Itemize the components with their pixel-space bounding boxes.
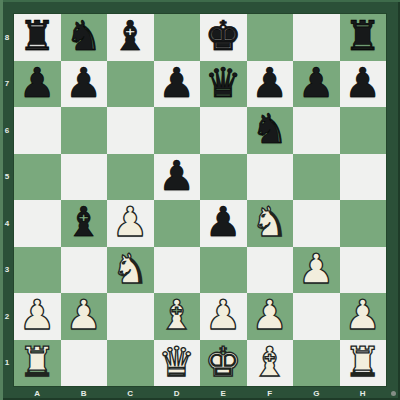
square-f2[interactable]: ♟ — [247, 293, 294, 340]
square-d3[interactable] — [154, 247, 201, 294]
white-pawn[interactable]: ♟ — [19, 292, 56, 338]
square-b7[interactable]: ♟ — [61, 61, 108, 108]
square-c6[interactable] — [107, 107, 154, 154]
black-pawn[interactable]: ♟ — [298, 60, 335, 106]
square-f6[interactable]: ♞ — [247, 107, 294, 154]
chess-board-frame: 87654321 ABCDEFGH ♜♞♝♚♜♟♟♟♛♟♟♟♞♟♝♟♟♞♞♟♟♟… — [0, 0, 400, 400]
square-f4[interactable]: ♞ — [247, 200, 294, 247]
square-c7[interactable] — [107, 61, 154, 108]
white-knight[interactable]: ♞ — [112, 246, 149, 292]
white-rook[interactable]: ♜ — [19, 339, 56, 385]
square-d6[interactable] — [154, 107, 201, 154]
square-e5[interactable] — [200, 154, 247, 201]
square-a8[interactable]: ♜ — [14, 14, 61, 61]
white-king[interactable]: ♚ — [205, 339, 242, 385]
rank-label-4: 4 — [0, 200, 14, 247]
file-label-c: C — [107, 386, 154, 400]
black-queen[interactable]: ♛ — [205, 60, 242, 106]
square-f7[interactable]: ♟ — [247, 61, 294, 108]
black-bishop[interactable]: ♝ — [65, 199, 102, 245]
square-g2[interactable] — [293, 293, 340, 340]
square-b8[interactable]: ♞ — [61, 14, 108, 61]
square-e8[interactable]: ♚ — [200, 14, 247, 61]
square-b2[interactable]: ♟ — [61, 293, 108, 340]
square-h7[interactable]: ♟ — [340, 61, 387, 108]
square-h1[interactable]: ♜ — [340, 340, 387, 387]
file-label-b: B — [61, 386, 108, 400]
square-d8[interactable] — [154, 14, 201, 61]
square-b1[interactable] — [61, 340, 108, 387]
black-rook[interactable]: ♜ — [344, 13, 381, 59]
square-g3[interactable]: ♟ — [293, 247, 340, 294]
square-g1[interactable] — [293, 340, 340, 387]
square-f8[interactable] — [247, 14, 294, 61]
white-pawn[interactable]: ♟ — [251, 292, 288, 338]
white-bishop[interactable]: ♝ — [158, 292, 195, 338]
square-g4[interactable] — [293, 200, 340, 247]
white-pawn[interactable]: ♟ — [65, 292, 102, 338]
square-a5[interactable] — [14, 154, 61, 201]
square-c8[interactable]: ♝ — [107, 14, 154, 61]
square-a2[interactable]: ♟ — [14, 293, 61, 340]
square-h3[interactable] — [340, 247, 387, 294]
square-d7[interactable]: ♟ — [154, 61, 201, 108]
black-pawn[interactable]: ♟ — [65, 60, 102, 106]
rank-label-8: 8 — [0, 14, 14, 61]
file-label-g: G — [293, 386, 340, 400]
rank-label-2: 2 — [0, 293, 14, 340]
black-pawn[interactable]: ♟ — [19, 60, 56, 106]
square-d5[interactable]: ♟ — [154, 154, 201, 201]
rank-label-5: 5 — [0, 154, 14, 201]
square-h4[interactable] — [340, 200, 387, 247]
square-h8[interactable]: ♜ — [340, 14, 387, 61]
square-c1[interactable] — [107, 340, 154, 387]
white-queen[interactable]: ♛ — [158, 339, 195, 385]
black-knight[interactable]: ♞ — [65, 13, 102, 59]
square-e1[interactable]: ♚ — [200, 340, 247, 387]
black-pawn[interactable]: ♟ — [251, 60, 288, 106]
white-pawn[interactable]: ♟ — [205, 292, 242, 338]
square-c3[interactable]: ♞ — [107, 247, 154, 294]
rank-label-6: 6 — [0, 107, 14, 154]
black-pawn[interactable]: ♟ — [158, 153, 195, 199]
square-a6[interactable] — [14, 107, 61, 154]
file-label-e: E — [200, 386, 247, 400]
square-d4[interactable] — [154, 200, 201, 247]
square-h6[interactable] — [340, 107, 387, 154]
white-pawn[interactable]: ♟ — [344, 292, 381, 338]
black-rook[interactable]: ♜ — [19, 13, 56, 59]
square-g8[interactable] — [293, 14, 340, 61]
square-e6[interactable] — [200, 107, 247, 154]
square-a4[interactable] — [14, 200, 61, 247]
square-c4[interactable]: ♟ — [107, 200, 154, 247]
square-b4[interactable]: ♝ — [61, 200, 108, 247]
square-h5[interactable] — [340, 154, 387, 201]
square-f5[interactable] — [247, 154, 294, 201]
file-label-h: H — [340, 386, 387, 400]
square-b5[interactable] — [61, 154, 108, 201]
black-pawn[interactable]: ♟ — [205, 199, 242, 245]
file-label-a: A — [14, 386, 61, 400]
square-f1[interactable]: ♝ — [247, 340, 294, 387]
black-pawn[interactable]: ♟ — [158, 60, 195, 106]
white-bishop[interactable]: ♝ — [251, 339, 288, 385]
square-e7[interactable]: ♛ — [200, 61, 247, 108]
square-a1[interactable]: ♜ — [14, 340, 61, 387]
square-e4[interactable]: ♟ — [200, 200, 247, 247]
corner-dot — [391, 391, 396, 396]
white-knight[interactable]: ♞ — [251, 199, 288, 245]
rank-label-7: 7 — [0, 61, 14, 108]
square-b3[interactable] — [61, 247, 108, 294]
square-a3[interactable] — [14, 247, 61, 294]
file-label-f: F — [247, 386, 294, 400]
white-pawn[interactable]: ♟ — [298, 246, 335, 292]
square-g6[interactable] — [293, 107, 340, 154]
square-c5[interactable] — [107, 154, 154, 201]
square-h2[interactable]: ♟ — [340, 293, 387, 340]
square-b6[interactable] — [61, 107, 108, 154]
black-bishop[interactable]: ♝ — [112, 13, 149, 59]
white-pawn[interactable]: ♟ — [112, 199, 149, 245]
rank-label-3: 3 — [0, 247, 14, 294]
square-e2[interactable]: ♟ — [200, 293, 247, 340]
square-d1[interactable]: ♛ — [154, 340, 201, 387]
black-pawn[interactable]: ♟ — [344, 60, 381, 106]
square-g5[interactable] — [293, 154, 340, 201]
square-a7[interactable]: ♟ — [14, 61, 61, 108]
square-d2[interactable]: ♝ — [154, 293, 201, 340]
black-knight[interactable]: ♞ — [251, 106, 288, 152]
square-g7[interactable]: ♟ — [293, 61, 340, 108]
black-king[interactable]: ♚ — [205, 13, 242, 59]
square-e3[interactable] — [200, 247, 247, 294]
square-f3[interactable] — [247, 247, 294, 294]
white-rook[interactable]: ♜ — [344, 339, 381, 385]
square-c2[interactable] — [107, 293, 154, 340]
file-label-d: D — [154, 386, 201, 400]
chess-board: ♜♞♝♚♜♟♟♟♛♟♟♟♞♟♝♟♟♞♞♟♟♟♝♟♟♟♜♛♚♝♜ — [14, 14, 386, 386]
rank-label-1: 1 — [0, 340, 14, 387]
